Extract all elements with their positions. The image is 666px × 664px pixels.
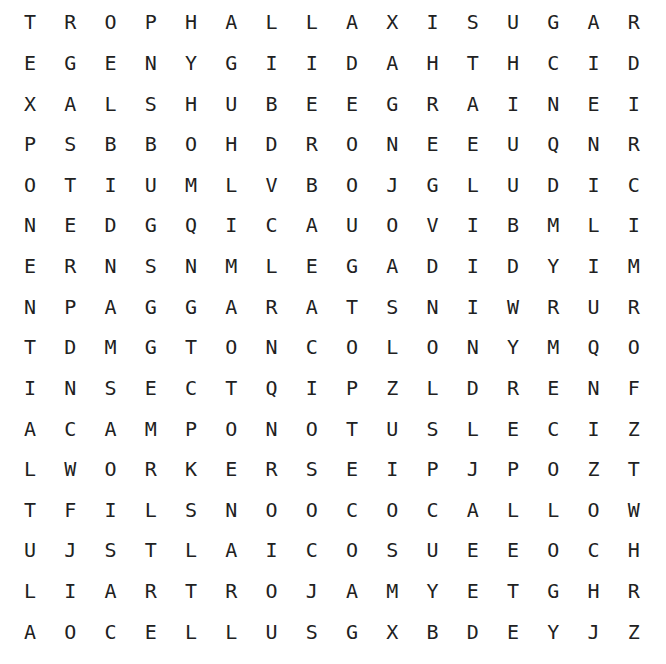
grid-cell[interactable]: R (614, 286, 654, 327)
grid-cell[interactable]: D (614, 43, 654, 84)
grid-cell[interactable]: H (614, 530, 654, 571)
grid-cell[interactable]: M (171, 165, 211, 206)
grid-cell[interactable]: R (493, 368, 533, 409)
grid-cell[interactable]: C (533, 43, 573, 84)
grid-cell[interactable]: E (10, 246, 50, 287)
grid-cell[interactable]: E (292, 246, 332, 287)
grid-cell[interactable]: N (91, 246, 131, 287)
grid-cell[interactable]: I (453, 246, 493, 287)
grid-cell[interactable]: M (614, 246, 654, 287)
grid-cell[interactable]: K (171, 449, 211, 490)
grid-cell[interactable]: S (91, 368, 131, 409)
grid-cell[interactable]: N (533, 83, 573, 124)
grid-cell[interactable]: N (574, 368, 614, 409)
grid-cell[interactable]: T (171, 571, 211, 612)
grid-cell[interactable]: L (171, 611, 211, 652)
grid-cell[interactable]: H (413, 43, 453, 84)
grid-cell[interactable]: U (493, 165, 533, 206)
grid-cell[interactable]: D (332, 43, 372, 84)
grid-cell[interactable]: G (131, 286, 171, 327)
grid-cell[interactable]: G (372, 83, 412, 124)
grid-cell[interactable]: D (91, 205, 131, 246)
grid-cell[interactable]: O (332, 530, 372, 571)
grid-cell[interactable]: I (574, 246, 614, 287)
grid-cell[interactable]: L (252, 2, 292, 43)
grid-cell[interactable]: U (493, 124, 533, 165)
grid-cell[interactable]: H (211, 124, 251, 165)
grid-cell[interactable]: N (171, 246, 211, 287)
grid-cell[interactable]: I (574, 165, 614, 206)
grid-cell[interactable]: A (91, 408, 131, 449)
grid-cell[interactable]: C (171, 368, 211, 409)
grid-cell[interactable]: F (50, 490, 90, 531)
grid-cell[interactable]: A (292, 286, 332, 327)
grid-cell[interactable]: J (372, 165, 412, 206)
grid-cell[interactable]: X (372, 2, 412, 43)
grid-cell[interactable]: E (413, 124, 453, 165)
grid-cell[interactable]: R (252, 286, 292, 327)
grid-cell[interactable]: M (91, 327, 131, 368)
grid-cell[interactable]: D (493, 246, 533, 287)
grid-cell[interactable]: A (211, 2, 251, 43)
grid-cell[interactable]: W (614, 490, 654, 531)
grid-cell[interactable]: O (332, 165, 372, 206)
grid-cell[interactable]: H (493, 43, 533, 84)
grid-cell[interactable]: A (91, 571, 131, 612)
grid-cell[interactable]: E (453, 124, 493, 165)
grid-cell[interactable]: X (372, 611, 412, 652)
grid-cell[interactable]: S (91, 530, 131, 571)
grid-cell[interactable]: B (413, 611, 453, 652)
grid-cell[interactable]: C (50, 408, 90, 449)
grid-cell[interactable]: E (574, 83, 614, 124)
grid-cell[interactable]: G (131, 327, 171, 368)
grid-cell[interactable]: O (614, 327, 654, 368)
grid-cell[interactable]: G (131, 205, 171, 246)
grid-cell[interactable]: A (332, 571, 372, 612)
grid-cell[interactable]: Q (171, 205, 211, 246)
grid-cell[interactable]: O (413, 327, 453, 368)
grid-cell[interactable]: T (614, 449, 654, 490)
grid-cell[interactable]: A (292, 205, 332, 246)
grid-cell[interactable]: A (211, 530, 251, 571)
grid-cell[interactable]: Z (614, 408, 654, 449)
grid-cell[interactable]: O (574, 490, 614, 531)
grid-cell[interactable]: C (614, 165, 654, 206)
grid-cell[interactable]: O (332, 124, 372, 165)
grid-cell[interactable]: I (413, 2, 453, 43)
grid-cell[interactable]: L (211, 165, 251, 206)
grid-cell[interactable]: G (332, 246, 372, 287)
grid-cell[interactable]: C (252, 205, 292, 246)
grid-cell[interactable]: S (131, 246, 171, 287)
grid-cell[interactable]: R (131, 571, 171, 612)
grid-cell[interactable]: J (50, 530, 90, 571)
grid-cell[interactable]: A (574, 2, 614, 43)
grid-cell[interactable]: O (292, 408, 332, 449)
grid-cell[interactable]: E (332, 449, 372, 490)
grid-cell[interactable]: E (131, 368, 171, 409)
grid-cell[interactable]: D (453, 611, 493, 652)
grid-cell[interactable]: I (91, 490, 131, 531)
grid-cell[interactable]: R (292, 124, 332, 165)
grid-cell[interactable]: I (614, 205, 654, 246)
grid-cell[interactable]: J (453, 449, 493, 490)
grid-cell[interactable]: P (131, 2, 171, 43)
grid-cell[interactable]: R (614, 124, 654, 165)
grid-cell[interactable]: A (372, 246, 412, 287)
grid-cell[interactable]: N (413, 286, 453, 327)
grid-cell[interactable]: E (131, 611, 171, 652)
grid-cell[interactable]: L (91, 83, 131, 124)
grid-cell[interactable]: F (614, 368, 654, 409)
grid-cell[interactable]: O (252, 490, 292, 531)
grid-cell[interactable]: U (574, 286, 614, 327)
grid-cell[interactable]: U (413, 530, 453, 571)
grid-cell[interactable]: L (413, 368, 453, 409)
grid-cell[interactable]: O (372, 490, 412, 531)
grid-cell[interactable]: E (453, 571, 493, 612)
grid-cell[interactable]: S (50, 124, 90, 165)
grid-cell[interactable]: C (292, 327, 332, 368)
grid-cell[interactable]: E (91, 43, 131, 84)
grid-cell[interactable]: P (10, 124, 50, 165)
grid-cell[interactable]: B (292, 165, 332, 206)
grid-cell[interactable]: A (332, 2, 372, 43)
grid-cell[interactable]: S (292, 611, 332, 652)
grid-cell[interactable]: Z (372, 368, 412, 409)
grid-cell[interactable]: O (533, 530, 573, 571)
grid-cell[interactable]: G (50, 43, 90, 84)
grid-cell[interactable]: Q (252, 368, 292, 409)
grid-cell[interactable]: P (50, 286, 90, 327)
grid-cell[interactable]: A (453, 83, 493, 124)
grid-cell[interactable]: A (211, 286, 251, 327)
grid-cell[interactable]: I (574, 43, 614, 84)
grid-cell[interactable]: G (413, 165, 453, 206)
word-search-page: { "game": "word-search", "grid": { "rows… (0, 0, 666, 664)
grid-cell[interactable]: L (171, 530, 211, 571)
grid-cell[interactable]: O (292, 490, 332, 531)
grid-cell[interactable]: T (10, 490, 50, 531)
grid-cell[interactable]: U (131, 165, 171, 206)
grid-cell[interactable]: B (91, 124, 131, 165)
grid-cell[interactable]: L (574, 205, 614, 246)
grid-cell[interactable]: D (533, 165, 573, 206)
grid-cell[interactable]: I (493, 83, 533, 124)
grid-cell[interactable]: I (453, 205, 493, 246)
grid-cell[interactable]: E (493, 408, 533, 449)
grid-cell[interactable]: A (453, 490, 493, 531)
grid-cell[interactable]: A (10, 408, 50, 449)
grid-cell[interactable]: E (211, 449, 251, 490)
grid-cell[interactable]: E (292, 83, 332, 124)
grid-cell[interactable]: A (372, 43, 412, 84)
grid-cell[interactable]: U (10, 530, 50, 571)
grid-cell[interactable]: S (171, 490, 211, 531)
grid-cell[interactable]: I (574, 408, 614, 449)
grid-cell[interactable]: Q (574, 327, 614, 368)
grid-cell[interactable]: C (91, 611, 131, 652)
grid-cell[interactable]: J (292, 571, 332, 612)
grid-cell[interactable]: T (453, 43, 493, 84)
grid-cell[interactable]: D (252, 124, 292, 165)
grid-cell[interactable]: I (10, 368, 50, 409)
grid-cell[interactable]: U (493, 2, 533, 43)
grid-cell[interactable]: O (50, 611, 90, 652)
grid-cell[interactable]: G (533, 571, 573, 612)
grid-cell[interactable]: P (332, 368, 372, 409)
grid-cell[interactable]: I (292, 43, 332, 84)
grid-cell[interactable]: E (493, 530, 533, 571)
grid-cell[interactable]: J (574, 611, 614, 652)
grid-cell[interactable]: R (533, 286, 573, 327)
grid-cell[interactable]: N (252, 327, 292, 368)
grid-cell[interactable]: E (533, 368, 573, 409)
grid-cell[interactable]: I (252, 43, 292, 84)
grid-cell[interactable]: L (292, 2, 332, 43)
grid-cell[interactable]: R (50, 246, 90, 287)
grid-cell[interactable]: U (211, 83, 251, 124)
grid-cell[interactable]: L (493, 490, 533, 531)
grid-cell[interactable]: S (292, 449, 332, 490)
grid-cell[interactable]: P (493, 449, 533, 490)
grid-cell[interactable]: C (533, 408, 573, 449)
grid-cell[interactable]: I (453, 286, 493, 327)
grid-cell[interactable]: N (211, 490, 251, 531)
grid-cell[interactable]: M (131, 408, 171, 449)
grid-cell[interactable]: T (50, 165, 90, 206)
grid-cell[interactable]: I (91, 165, 131, 206)
grid-cell[interactable]: G (171, 286, 211, 327)
grid-cell[interactable]: E (50, 205, 90, 246)
grid-cell[interactable]: E (10, 43, 50, 84)
grid-cell[interactable]: O (91, 2, 131, 43)
grid-cell[interactable]: L (211, 611, 251, 652)
grid-cell[interactable]: B (493, 205, 533, 246)
grid-cell[interactable]: O (171, 124, 211, 165)
grid-cell[interactable]: E (493, 611, 533, 652)
grid-cell[interactable]: I (292, 368, 332, 409)
grid-cell[interactable]: S (453, 2, 493, 43)
grid-cell[interactable]: E (332, 83, 372, 124)
grid-cell[interactable]: W (493, 286, 533, 327)
grid-cell[interactable]: S (413, 408, 453, 449)
grid-cell[interactable]: Y (493, 327, 533, 368)
grid-cell[interactable]: L (372, 327, 412, 368)
grid-cell[interactable]: D (413, 246, 453, 287)
grid-cell[interactable]: C (574, 530, 614, 571)
grid-cell[interactable]: H (171, 2, 211, 43)
grid-cell[interactable]: G (332, 611, 372, 652)
grid-cell[interactable]: V (413, 205, 453, 246)
grid-cell[interactable]: T (332, 286, 372, 327)
grid-cell[interactable]: H (574, 571, 614, 612)
grid-cell[interactable]: N (50, 368, 90, 409)
grid-cell[interactable]: O (252, 571, 292, 612)
grid-cell[interactable]: W (50, 449, 90, 490)
grid-cell[interactable]: R (614, 571, 654, 612)
grid-cell[interactable]: D (453, 368, 493, 409)
grid-cell[interactable]: E (453, 530, 493, 571)
grid-cell[interactable]: H (171, 83, 211, 124)
grid-cell[interactable]: N (372, 124, 412, 165)
grid-cell[interactable]: S (372, 286, 412, 327)
grid-cell[interactable]: N (10, 286, 50, 327)
grid-cell[interactable]: L (453, 408, 493, 449)
grid-cell[interactable]: U (332, 205, 372, 246)
grid-cell[interactable]: N (10, 205, 50, 246)
grid-cell[interactable]: T (332, 408, 372, 449)
grid-cell[interactable]: R (50, 2, 90, 43)
grid-cell[interactable]: U (372, 408, 412, 449)
grid-cell[interactable]: R (131, 449, 171, 490)
grid-cell[interactable]: M (372, 571, 412, 612)
grid-cell[interactable]: L (252, 246, 292, 287)
grid-cell[interactable]: M (533, 205, 573, 246)
grid-cell[interactable]: Y (171, 43, 211, 84)
grid-cell[interactable]: T (10, 2, 50, 43)
grid-cell[interactable]: O (91, 449, 131, 490)
grid-cell[interactable]: O (211, 327, 251, 368)
grid-cell[interactable]: O (332, 327, 372, 368)
grid-cell[interactable]: B (131, 124, 171, 165)
grid-cell[interactable]: N (453, 327, 493, 368)
grid-cell[interactable]: G (211, 43, 251, 84)
grid-cell[interactable]: O (533, 449, 573, 490)
grid-cell[interactable]: N (131, 43, 171, 84)
grid-cell[interactable]: C (413, 490, 453, 531)
grid-cell[interactable]: I (50, 571, 90, 612)
grid-cell[interactable]: T (171, 327, 211, 368)
grid-cell[interactable]: M (533, 327, 573, 368)
grid-cell[interactable]: A (50, 83, 90, 124)
grid-cell[interactable]: V (252, 165, 292, 206)
grid-cell[interactable]: T (131, 530, 171, 571)
grid-cell[interactable]: C (292, 530, 332, 571)
grid-cell[interactable]: U (252, 611, 292, 652)
grid-cell[interactable]: B (252, 83, 292, 124)
grid-cell[interactable]: Z (614, 611, 654, 652)
grid-cell[interactable]: R (614, 2, 654, 43)
grid-cell[interactable]: L (131, 490, 171, 531)
grid-cell[interactable]: N (574, 124, 614, 165)
grid-cell[interactable]: R (211, 571, 251, 612)
grid-cell[interactable]: T (10, 327, 50, 368)
grid-cell[interactable]: A (91, 286, 131, 327)
grid-cell[interactable]: M (211, 246, 251, 287)
grid-cell[interactable]: O (372, 205, 412, 246)
grid-cell[interactable]: I (252, 530, 292, 571)
grid-cell[interactable]: A (10, 611, 50, 652)
grid-cell[interactable]: R (413, 83, 453, 124)
grid-cell[interactable]: I (372, 449, 412, 490)
grid-cell[interactable]: Y (533, 246, 573, 287)
grid-cell[interactable]: I (614, 83, 654, 124)
grid-cell[interactable]: L (10, 449, 50, 490)
grid-cell[interactable]: O (211, 408, 251, 449)
word-search-grid: TROPHALLAXISUGAREGENYGIIDAHTHCIDXALSHUBE… (10, 2, 654, 652)
grid-cell[interactable]: P (171, 408, 211, 449)
grid-cell[interactable]: Q (533, 124, 573, 165)
grid-cell[interactable]: N (252, 408, 292, 449)
grid-cell[interactable]: O (10, 165, 50, 206)
grid-cell[interactable]: T (493, 571, 533, 612)
grid-cell[interactable]: Y (533, 611, 573, 652)
grid-cell[interactable]: D (50, 327, 90, 368)
grid-cell[interactable]: Y (413, 571, 453, 612)
grid-cell[interactable]: P (413, 449, 453, 490)
grid-cell[interactable]: T (211, 368, 251, 409)
grid-cell[interactable]: C (332, 490, 372, 531)
grid-cell[interactable]: S (372, 530, 412, 571)
grid-cell[interactable]: L (533, 490, 573, 531)
grid-cell[interactable]: L (453, 165, 493, 206)
grid-cell[interactable]: I (211, 205, 251, 246)
grid-cell[interactable]: R (252, 449, 292, 490)
grid-cell[interactable]: X (10, 83, 50, 124)
grid-cell[interactable]: L (10, 571, 50, 612)
grid-cell[interactable]: Z (574, 449, 614, 490)
grid-cell[interactable]: S (131, 83, 171, 124)
grid-cell[interactable]: G (533, 2, 573, 43)
